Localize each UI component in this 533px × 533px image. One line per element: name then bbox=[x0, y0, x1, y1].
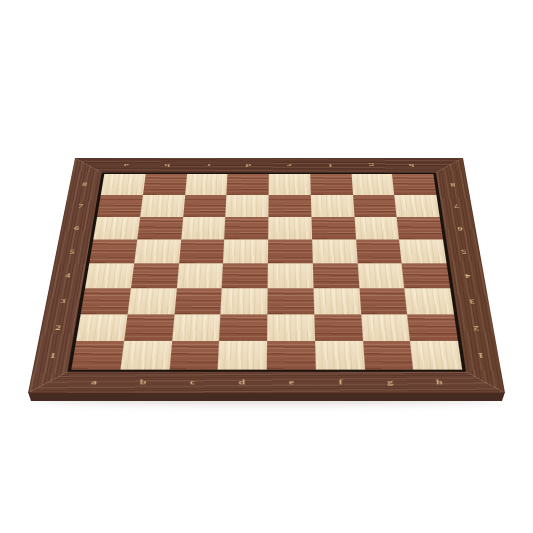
rank-label-5: 5 bbox=[448, 240, 479, 264]
square-e4 bbox=[268, 263, 314, 288]
square-f5 bbox=[312, 240, 357, 264]
square-c5 bbox=[179, 240, 225, 264]
square-e5 bbox=[268, 240, 313, 264]
square-d8 bbox=[227, 174, 269, 195]
square-g5 bbox=[356, 240, 402, 264]
square-h2 bbox=[407, 314, 458, 341]
square-d1 bbox=[218, 341, 267, 369]
file-label-b: b bbox=[146, 159, 188, 172]
rank-label-7: 7 bbox=[441, 195, 471, 217]
rank-label-7: 7 bbox=[65, 195, 95, 217]
square-a8 bbox=[101, 174, 146, 195]
square-a5 bbox=[89, 240, 137, 264]
square-c7 bbox=[183, 195, 227, 217]
square-f4 bbox=[313, 263, 359, 288]
rank-label-4: 4 bbox=[452, 263, 484, 288]
square-f2 bbox=[314, 314, 363, 341]
square-d6 bbox=[224, 217, 268, 240]
rank-label-5: 5 bbox=[56, 240, 88, 264]
rank-label-2: 2 bbox=[460, 314, 494, 341]
square-h4 bbox=[402, 263, 450, 288]
square-h3 bbox=[405, 288, 454, 314]
square-b5 bbox=[134, 240, 181, 264]
square-g2 bbox=[361, 314, 411, 341]
rank-label-8: 8 bbox=[70, 174, 100, 195]
square-c8 bbox=[185, 174, 228, 195]
square-a2 bbox=[76, 314, 127, 341]
square-d7 bbox=[226, 195, 269, 217]
rank-label-3: 3 bbox=[46, 288, 80, 314]
square-d2 bbox=[219, 314, 267, 341]
square-e2 bbox=[267, 314, 315, 341]
file-label-f: f bbox=[316, 372, 366, 391]
square-h1 bbox=[410, 341, 462, 369]
file-labels-bottom: abcdefgh bbox=[68, 372, 466, 391]
rank-label-4: 4 bbox=[51, 263, 84, 288]
file-label-b: b bbox=[117, 372, 168, 391]
square-g1 bbox=[363, 341, 414, 369]
rank-label-6: 6 bbox=[61, 217, 92, 240]
square-d4 bbox=[222, 263, 268, 288]
square-e7 bbox=[268, 195, 311, 217]
square-e3 bbox=[267, 288, 314, 314]
rank-label-1: 1 bbox=[35, 341, 70, 369]
square-d3 bbox=[221, 288, 268, 314]
square-b7 bbox=[140, 195, 185, 217]
file-label-c: c bbox=[167, 372, 218, 391]
file-label-d: d bbox=[217, 372, 267, 391]
square-a7 bbox=[97, 195, 143, 217]
square-h8 bbox=[392, 174, 436, 195]
board-grid bbox=[67, 173, 466, 372]
file-label-e: e bbox=[269, 159, 310, 172]
square-f8 bbox=[310, 174, 353, 195]
square-b8 bbox=[143, 174, 187, 195]
square-d5 bbox=[223, 240, 268, 264]
square-f3 bbox=[313, 288, 360, 314]
rank-label-8: 8 bbox=[438, 174, 467, 195]
square-f7 bbox=[311, 195, 354, 217]
file-label-a: a bbox=[68, 372, 120, 391]
rank-label-6: 6 bbox=[445, 217, 476, 240]
file-label-g: g bbox=[350, 159, 392, 172]
file-label-e: e bbox=[267, 372, 317, 391]
file-label-h: h bbox=[414, 372, 466, 391]
square-b1 bbox=[120, 341, 171, 369]
square-b4 bbox=[131, 263, 179, 288]
square-h6 bbox=[397, 217, 443, 240]
square-c2 bbox=[172, 314, 221, 341]
square-f6 bbox=[311, 217, 355, 240]
square-f1 bbox=[315, 341, 365, 369]
square-a4 bbox=[85, 263, 134, 288]
square-e1 bbox=[267, 341, 316, 369]
file-label-d: d bbox=[228, 159, 269, 172]
square-g4 bbox=[357, 263, 404, 288]
square-g8 bbox=[351, 174, 394, 195]
rank-label-3: 3 bbox=[456, 288, 489, 314]
file-label-f: f bbox=[310, 159, 351, 172]
square-b3 bbox=[127, 288, 176, 314]
square-b2 bbox=[124, 314, 174, 341]
file-label-c: c bbox=[187, 159, 229, 172]
square-b6 bbox=[137, 217, 183, 240]
file-label-g: g bbox=[365, 372, 416, 391]
square-e8 bbox=[269, 174, 311, 195]
product-photo-scene: abcdefgh abcdefgh 87654321 87654321 bbox=[0, 0, 533, 533]
square-c1 bbox=[169, 341, 219, 369]
square-g3 bbox=[359, 288, 407, 314]
file-label-h: h bbox=[391, 159, 433, 172]
chessboard: abcdefgh abcdefgh 87654321 87654321 bbox=[28, 158, 505, 393]
square-c4 bbox=[176, 263, 223, 288]
square-h5 bbox=[399, 240, 446, 264]
square-a3 bbox=[81, 288, 131, 314]
square-a1 bbox=[71, 341, 124, 369]
rank-label-1: 1 bbox=[464, 341, 499, 369]
square-c6 bbox=[181, 217, 226, 240]
square-a6 bbox=[93, 217, 140, 240]
square-h7 bbox=[394, 195, 439, 217]
square-c3 bbox=[174, 288, 222, 314]
square-e6 bbox=[268, 217, 312, 240]
file-labels-top: abcdefgh bbox=[105, 159, 433, 172]
file-label-a: a bbox=[105, 159, 148, 172]
square-g6 bbox=[354, 217, 399, 240]
square-g7 bbox=[353, 195, 397, 217]
rank-label-2: 2 bbox=[41, 314, 75, 341]
